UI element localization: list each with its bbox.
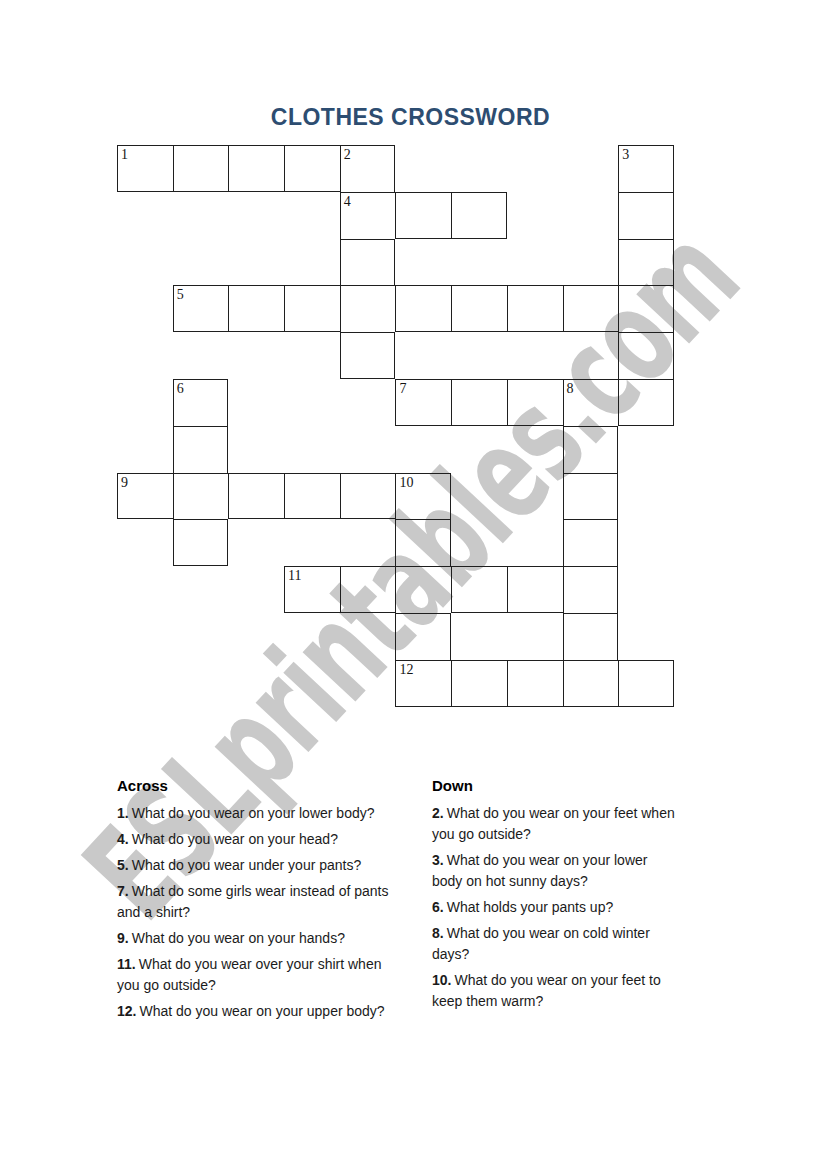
grid-cell[interactable] xyxy=(618,332,674,379)
grid-cell[interactable] xyxy=(618,285,674,332)
clue-number-label: 8. xyxy=(432,925,444,941)
grid-cell[interactable] xyxy=(395,285,451,332)
grid-void xyxy=(228,566,284,613)
grid-void xyxy=(340,660,396,707)
grid-void xyxy=(173,566,229,613)
grid-void xyxy=(117,239,173,286)
grid-cell[interactable] xyxy=(618,239,674,286)
grid-void xyxy=(340,613,396,660)
grid-void xyxy=(228,239,284,286)
grid-cell[interactable]: 11 xyxy=(284,566,340,613)
clue-number-label: 4. xyxy=(117,831,129,847)
grid-cell[interactable] xyxy=(563,613,619,660)
clue-text: What do you wear on cold winter days? xyxy=(432,925,650,962)
clue-number: 2 xyxy=(344,147,351,162)
grid-cell[interactable] xyxy=(507,379,563,426)
grid-void xyxy=(395,145,451,192)
grid-cell[interactable]: 5 xyxy=(173,285,229,332)
clue-text: What do you wear on your head? xyxy=(132,831,338,847)
grid-cell[interactable] xyxy=(395,192,451,239)
across-clues: Across 1.What do you wear on your lower … xyxy=(117,777,407,1027)
grid-cell[interactable] xyxy=(563,660,619,707)
grid-void xyxy=(117,332,173,379)
grid-cell[interactable] xyxy=(563,473,619,520)
grid-void xyxy=(173,239,229,286)
clue-down-3: 3.What do you wear on your lower body on… xyxy=(432,850,678,892)
grid-cell[interactable] xyxy=(563,519,619,566)
grid-cell[interactable]: 8 xyxy=(563,379,619,426)
grid-cell[interactable] xyxy=(340,239,396,286)
grid-void xyxy=(284,379,340,426)
clue-number-label: 11. xyxy=(117,956,136,972)
clue-text: What do you wear under your pants? xyxy=(132,857,362,873)
clue-text: What do you wear on your feet to keep th… xyxy=(432,972,661,1009)
grid-cell[interactable] xyxy=(618,379,674,426)
clue-number: 12 xyxy=(399,662,413,677)
grid-void xyxy=(451,145,507,192)
grid-cell[interactable] xyxy=(340,473,396,520)
grid-void xyxy=(618,519,674,566)
grid-cell[interactable] xyxy=(451,192,507,239)
grid-void xyxy=(284,519,340,566)
grid-void xyxy=(618,473,674,520)
grid-cell[interactable] xyxy=(563,566,619,613)
clue-number-label: 9. xyxy=(117,930,129,946)
grid-void xyxy=(618,566,674,613)
grid-cell[interactable] xyxy=(340,285,396,332)
grid-void xyxy=(117,566,173,613)
clue-number: 6 xyxy=(177,381,184,396)
grid-cell[interactable] xyxy=(395,566,451,613)
clue-down-6: 6.What holds your pants up? xyxy=(432,897,678,918)
clue-number: 7 xyxy=(399,381,406,396)
grid-void xyxy=(563,192,619,239)
grid-void xyxy=(395,332,451,379)
clue-across-11: 11.What do you wear over your shirt when… xyxy=(117,954,407,996)
clue-number-label: 2. xyxy=(432,805,444,821)
grid-cell[interactable] xyxy=(507,285,563,332)
grid-void xyxy=(117,285,173,332)
grid-void xyxy=(395,239,451,286)
clue-across-4: 4.What do you wear on your head? xyxy=(117,829,407,850)
grid-cell[interactable] xyxy=(451,566,507,613)
grid-cell[interactable] xyxy=(618,192,674,239)
grid-void xyxy=(340,426,396,473)
grid-cell[interactable] xyxy=(284,285,340,332)
grid-void xyxy=(507,332,563,379)
clues-section: Across 1.What do you wear on your lower … xyxy=(117,777,678,1027)
grid-cell[interactable]: 6 xyxy=(173,379,229,426)
grid-void xyxy=(173,332,229,379)
clue-number: 1 xyxy=(121,147,128,162)
clue-text: What holds your pants up? xyxy=(447,899,614,915)
grid-void xyxy=(173,660,229,707)
clue-text: What do you wear on your hands? xyxy=(132,930,345,946)
grid-void xyxy=(451,332,507,379)
grid-void xyxy=(507,239,563,286)
grid-cell[interactable] xyxy=(451,660,507,707)
clue-number: 9 xyxy=(121,475,128,490)
grid-void xyxy=(451,426,507,473)
grid-void xyxy=(507,473,563,520)
grid-void xyxy=(284,660,340,707)
grid-void xyxy=(228,426,284,473)
grid-cell[interactable]: 12 xyxy=(395,660,451,707)
clue-text: What do some girls wear instead of pants… xyxy=(117,883,388,920)
grid-void xyxy=(451,519,507,566)
grid-cell[interactable] xyxy=(173,145,229,192)
grid-void xyxy=(284,426,340,473)
grid-void xyxy=(228,192,284,239)
grid-cell[interactable] xyxy=(507,566,563,613)
grid-void xyxy=(451,473,507,520)
clue-down-10: 10.What do you wear on your feet to keep… xyxy=(432,970,678,1012)
grid-void xyxy=(228,519,284,566)
grid-void xyxy=(563,332,619,379)
grid-void xyxy=(563,145,619,192)
grid-void xyxy=(228,660,284,707)
clue-text: What do you wear over your shirt when yo… xyxy=(117,956,381,993)
across-header: Across xyxy=(117,777,407,795)
grid-void xyxy=(117,519,173,566)
grid-void xyxy=(340,519,396,566)
clue-number: 4 xyxy=(344,194,351,209)
grid-void xyxy=(228,379,284,426)
grid-cell[interactable] xyxy=(618,660,674,707)
worksheet-page: ESLprintables.com CLOTHES CROSSWORD 1234… xyxy=(0,0,821,1169)
grid-cell[interactable] xyxy=(563,285,619,332)
grid-cell[interactable]: 9 xyxy=(117,473,173,520)
grid-void xyxy=(507,426,563,473)
grid-cell[interactable] xyxy=(173,473,229,520)
clue-number: 11 xyxy=(288,568,301,583)
grid-cell[interactable]: 7 xyxy=(395,379,451,426)
clue-down-8: 8.What do you wear on cold winter days? xyxy=(432,923,678,965)
grid-void xyxy=(117,660,173,707)
grid-cell[interactable]: 4 xyxy=(340,192,396,239)
grid-void xyxy=(228,613,284,660)
clue-number: 8 xyxy=(567,381,574,396)
clue-text: What do you wear on your lower body? xyxy=(132,805,375,821)
grid-void xyxy=(117,613,173,660)
clue-number: 3 xyxy=(622,147,629,162)
grid-cell[interactable] xyxy=(228,145,284,192)
grid-void xyxy=(284,192,340,239)
grid-cell[interactable] xyxy=(173,519,229,566)
clue-number-label: 5. xyxy=(117,857,129,873)
grid-void xyxy=(284,613,340,660)
grid-cell[interactable] xyxy=(228,473,284,520)
grid-cell[interactable]: 1 xyxy=(117,145,173,192)
grid-cell[interactable] xyxy=(284,473,340,520)
grid-void xyxy=(173,192,229,239)
grid-void xyxy=(228,332,284,379)
grid-void xyxy=(507,192,563,239)
clue-text: What do you wear on your upper body? xyxy=(139,1003,384,1019)
grid-void xyxy=(117,192,173,239)
grid-void xyxy=(451,613,507,660)
clue-number-label: 12. xyxy=(117,1003,136,1019)
clue-across-7: 7.What do some girls wear instead of pan… xyxy=(117,881,407,923)
grid-cell[interactable] xyxy=(451,379,507,426)
grid-void xyxy=(117,379,173,426)
clue-across-9: 9.What do you wear on your hands? xyxy=(117,928,407,949)
grid-cell[interactable] xyxy=(284,145,340,192)
grid-cell[interactable] xyxy=(340,566,396,613)
grid-cell[interactable] xyxy=(563,426,619,473)
page-title: CLOTHES CROSSWORD xyxy=(0,103,821,131)
clue-number-label: 1. xyxy=(117,805,129,821)
grid-cell[interactable]: 10 xyxy=(395,473,451,520)
clue-across-1: 1.What do you wear on your lower body? xyxy=(117,803,407,824)
grid-void xyxy=(563,239,619,286)
clue-number-label: 10. xyxy=(432,972,451,988)
grid-cell[interactable] xyxy=(395,519,451,566)
clue-across-12: 12.What do you wear on your upper body? xyxy=(117,1001,407,1022)
grid-void xyxy=(395,426,451,473)
grid-void xyxy=(507,519,563,566)
grid-void xyxy=(507,145,563,192)
grid-void xyxy=(284,332,340,379)
grid-void xyxy=(618,613,674,660)
clue-number-label: 3. xyxy=(432,852,444,868)
grid-void xyxy=(117,426,173,473)
grid-cell[interactable] xyxy=(173,426,229,473)
crossword-grid: 123456789101112 xyxy=(117,145,674,707)
clue-number-label: 7. xyxy=(117,883,129,899)
grid-cell[interactable]: 3 xyxy=(618,145,674,192)
down-header: Down xyxy=(432,777,678,795)
grid-void xyxy=(173,613,229,660)
grid-void xyxy=(340,379,396,426)
grid-void xyxy=(451,239,507,286)
grid-cell[interactable] xyxy=(340,332,396,379)
grid-void xyxy=(284,239,340,286)
grid-cell[interactable] xyxy=(228,285,284,332)
grid-cell[interactable] xyxy=(451,285,507,332)
clue-text: What do you wear on your feet when you g… xyxy=(432,805,675,842)
grid-void xyxy=(507,613,563,660)
clue-number: 10 xyxy=(399,475,413,490)
clue-text: What do you wear on your lower body on h… xyxy=(432,852,647,889)
clue-down-2: 2.What do you wear on your feet when you… xyxy=(432,803,678,845)
clue-number-label: 6. xyxy=(432,899,444,915)
down-clues: Down 2.What do you wear on your feet whe… xyxy=(432,777,678,1027)
clue-across-5: 5.What do you wear under your pants? xyxy=(117,855,407,876)
grid-cell[interactable] xyxy=(395,613,451,660)
grid-void xyxy=(618,426,674,473)
grid-cell[interactable]: 2 xyxy=(340,145,396,192)
grid-cell[interactable] xyxy=(507,660,563,707)
clue-number: 5 xyxy=(177,287,184,302)
